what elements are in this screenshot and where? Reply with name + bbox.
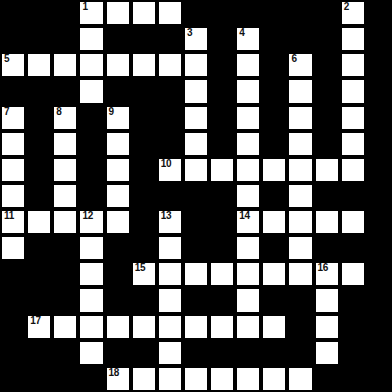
white-cell[interactable] [340,52,366,78]
black-cell [26,131,52,157]
clue-number: 11 [4,211,14,221]
white-cell[interactable] [78,78,104,104]
clue-number: 16 [318,263,329,273]
black-cell [157,105,183,131]
black-cell [366,287,392,313]
black-cell [261,105,287,131]
white-cell[interactable]: 8 [52,105,78,131]
black-cell [131,105,157,131]
white-cell[interactable] [235,105,261,131]
white-cell[interactable] [314,287,340,313]
black-cell [366,340,392,366]
black-cell [26,183,52,209]
white-cell[interactable] [209,157,235,183]
black-cell [105,287,131,313]
white-cell[interactable]: 17 [26,314,52,340]
white-cell[interactable] [52,131,78,157]
white-cell[interactable] [287,183,313,209]
white-cell[interactable] [261,209,287,235]
clue-number: 13 [161,211,172,221]
black-cell [261,235,287,261]
white-cell[interactable] [105,183,131,209]
white-cell[interactable]: 7 [0,105,26,131]
white-cell[interactable] [235,366,261,392]
white-cell[interactable] [235,78,261,104]
black-cell [105,235,131,261]
black-cell [366,183,392,209]
white-cell[interactable] [183,366,209,392]
black-cell [340,287,366,313]
black-cell [52,78,78,104]
white-cell[interactable] [340,261,366,287]
black-cell [209,235,235,261]
white-cell[interactable] [235,261,261,287]
white-cell[interactable] [157,52,183,78]
black-cell [0,78,26,104]
black-cell [314,105,340,131]
black-cell [340,340,366,366]
white-cell[interactable] [340,209,366,235]
white-cell[interactable] [131,52,157,78]
white-cell[interactable] [183,52,209,78]
black-cell [26,157,52,183]
white-cell[interactable] [183,78,209,104]
clue-number: 14 [239,211,250,221]
black-cell [157,26,183,52]
white-cell[interactable] [105,157,131,183]
clue-number: 2 [344,2,349,12]
white-cell[interactable] [157,314,183,340]
black-cell [366,26,392,52]
black-cell [105,340,131,366]
white-cell[interactable] [287,366,313,392]
white-cell[interactable]: 12 [78,209,104,235]
black-cell [78,366,104,392]
clue-number: 15 [135,263,146,273]
white-cell[interactable] [287,105,313,131]
black-cell [52,26,78,52]
black-cell [314,0,340,26]
white-cell[interactable] [287,157,313,183]
black-cell [209,209,235,235]
white-cell[interactable] [0,183,26,209]
black-cell [26,261,52,287]
clue-number: 6 [291,54,296,64]
white-cell[interactable] [340,78,366,104]
white-cell[interactable] [105,52,131,78]
white-cell[interactable] [131,366,157,392]
black-cell [366,366,392,392]
clue-number: 9 [109,107,114,117]
white-cell[interactable]: 11 [0,209,26,235]
white-cell[interactable] [235,183,261,209]
clue-number: 18 [109,368,120,378]
white-cell[interactable]: 4 [235,26,261,52]
black-cell [52,0,78,26]
black-cell [183,0,209,26]
white-cell[interactable]: 3 [183,26,209,52]
black-cell [0,287,26,313]
black-cell [366,314,392,340]
white-cell[interactable] [157,340,183,366]
black-cell [340,366,366,392]
black-cell [366,78,392,104]
clue-number: 8 [56,107,61,117]
white-cell[interactable] [105,314,131,340]
black-cell [131,235,157,261]
white-cell[interactable] [52,183,78,209]
white-cell[interactable] [261,366,287,392]
clue-number: 3 [187,28,192,38]
black-cell [78,183,104,209]
white-cell[interactable]: 2 [340,0,366,26]
clue-number: 5 [4,54,9,64]
black-cell [0,261,26,287]
black-cell [131,287,157,313]
white-cell[interactable] [314,314,340,340]
white-cell[interactable] [183,131,209,157]
black-cell [209,340,235,366]
white-cell[interactable] [340,131,366,157]
crossword-board: 123456789101112131415161718 [0,0,392,392]
black-cell [366,209,392,235]
white-cell[interactable] [261,261,287,287]
white-cell[interactable] [78,287,104,313]
black-cell [261,340,287,366]
white-cell[interactable] [287,131,313,157]
black-cell [131,157,157,183]
white-cell[interactable] [131,314,157,340]
white-cell[interactable] [261,314,287,340]
white-cell[interactable] [209,314,235,340]
black-cell [26,235,52,261]
white-cell[interactable]: 14 [235,209,261,235]
black-cell [157,183,183,209]
white-cell[interactable] [209,261,235,287]
black-cell [105,26,131,52]
white-cell[interactable]: 16 [314,261,340,287]
white-cell[interactable] [78,340,104,366]
black-cell [209,52,235,78]
white-cell[interactable] [287,235,313,261]
black-cell [0,366,26,392]
white-cell[interactable] [52,157,78,183]
black-cell [366,157,392,183]
white-cell[interactable] [183,105,209,131]
black-cell [157,131,183,157]
black-cell [26,287,52,313]
white-cell[interactable] [340,157,366,183]
black-cell [366,261,392,287]
black-cell [157,78,183,104]
white-cell[interactable] [183,261,209,287]
white-cell[interactable] [157,261,183,287]
black-cell [131,340,157,366]
black-cell [235,0,261,26]
white-cell[interactable] [52,209,78,235]
black-cell [52,366,78,392]
white-cell[interactable] [78,235,104,261]
black-cell [0,314,26,340]
black-cell [26,366,52,392]
white-cell[interactable] [340,105,366,131]
clue-number: 10 [161,159,172,169]
black-cell [340,314,366,340]
clue-number: 4 [239,28,244,38]
clue-number: 17 [30,316,41,326]
white-cell[interactable] [0,131,26,157]
clue-number: 12 [82,211,93,221]
black-cell [183,183,209,209]
black-cell [183,235,209,261]
black-cell [26,78,52,104]
black-cell [261,131,287,157]
black-cell [105,78,131,104]
white-cell[interactable] [157,235,183,261]
black-cell [366,235,392,261]
white-cell[interactable]: 9 [105,105,131,131]
black-cell [209,183,235,209]
white-cell[interactable] [340,26,366,52]
white-cell[interactable] [105,0,131,26]
black-cell [340,183,366,209]
black-cell [314,78,340,104]
white-cell[interactable]: 6 [287,52,313,78]
black-cell [209,105,235,131]
white-cell[interactable] [235,235,261,261]
white-cell[interactable] [183,157,209,183]
black-cell [0,0,26,26]
black-cell [0,26,26,52]
white-cell[interactable] [209,366,235,392]
white-cell[interactable] [235,287,261,313]
black-cell [52,235,78,261]
white-cell[interactable] [287,209,313,235]
white-cell[interactable] [26,209,52,235]
black-cell [261,183,287,209]
black-cell [366,105,392,131]
black-cell [366,131,392,157]
white-cell[interactable] [287,78,313,104]
white-cell[interactable]: 18 [105,366,131,392]
black-cell [209,287,235,313]
white-cell[interactable] [78,314,104,340]
black-cell [314,52,340,78]
black-cell [131,183,157,209]
black-cell [340,235,366,261]
black-cell [287,314,313,340]
black-cell [314,183,340,209]
black-cell [78,157,104,183]
black-cell [78,105,104,131]
white-cell[interactable] [0,235,26,261]
black-cell [183,209,209,235]
white-cell[interactable] [157,287,183,313]
white-cell[interactable]: 1 [78,0,104,26]
black-cell [209,78,235,104]
black-cell [314,366,340,392]
white-cell[interactable] [157,0,183,26]
black-cell [26,0,52,26]
white-cell[interactable] [52,52,78,78]
white-cell[interactable] [314,157,340,183]
white-cell[interactable] [0,157,26,183]
black-cell [235,340,261,366]
black-cell [261,0,287,26]
white-cell[interactable] [235,131,261,157]
white-cell[interactable]: 13 [157,209,183,235]
white-cell[interactable] [235,157,261,183]
black-cell [287,26,313,52]
white-cell[interactable] [52,314,78,340]
black-cell [287,340,313,366]
black-cell [78,131,104,157]
white-cell[interactable] [183,314,209,340]
black-cell [366,0,392,26]
white-cell[interactable] [235,52,261,78]
clue-number: 7 [4,107,9,117]
black-cell [287,287,313,313]
black-cell [26,340,52,366]
black-cell [131,209,157,235]
white-cell[interactable] [78,52,104,78]
black-cell [52,261,78,287]
white-cell[interactable] [261,157,287,183]
black-cell [209,0,235,26]
white-cell[interactable] [105,131,131,157]
black-cell [183,287,209,313]
white-cell[interactable]: 15 [131,261,157,287]
black-cell [261,26,287,52]
white-cell[interactable] [314,340,340,366]
white-cell[interactable]: 10 [157,157,183,183]
black-cell [261,52,287,78]
black-cell [314,235,340,261]
black-cell [131,26,157,52]
black-cell [314,131,340,157]
white-cell[interactable] [131,0,157,26]
black-cell [366,52,392,78]
black-cell [261,78,287,104]
white-cell[interactable] [314,209,340,235]
white-cell[interactable] [105,209,131,235]
white-cell[interactable] [157,366,183,392]
black-cell [314,26,340,52]
white-cell[interactable] [26,52,52,78]
white-cell[interactable]: 5 [0,52,26,78]
black-cell [209,26,235,52]
black-cell [261,287,287,313]
white-cell[interactable] [287,261,313,287]
black-cell [131,131,157,157]
white-cell[interactable] [78,261,104,287]
black-cell [52,287,78,313]
black-cell [26,26,52,52]
black-cell [52,340,78,366]
black-cell [0,340,26,366]
white-cell[interactable] [78,26,104,52]
black-cell [209,131,235,157]
black-cell [105,261,131,287]
white-cell[interactable] [235,314,261,340]
black-cell [26,105,52,131]
black-cell [183,340,209,366]
black-cell [131,78,157,104]
black-cell [287,0,313,26]
clue-number: 1 [82,2,87,12]
